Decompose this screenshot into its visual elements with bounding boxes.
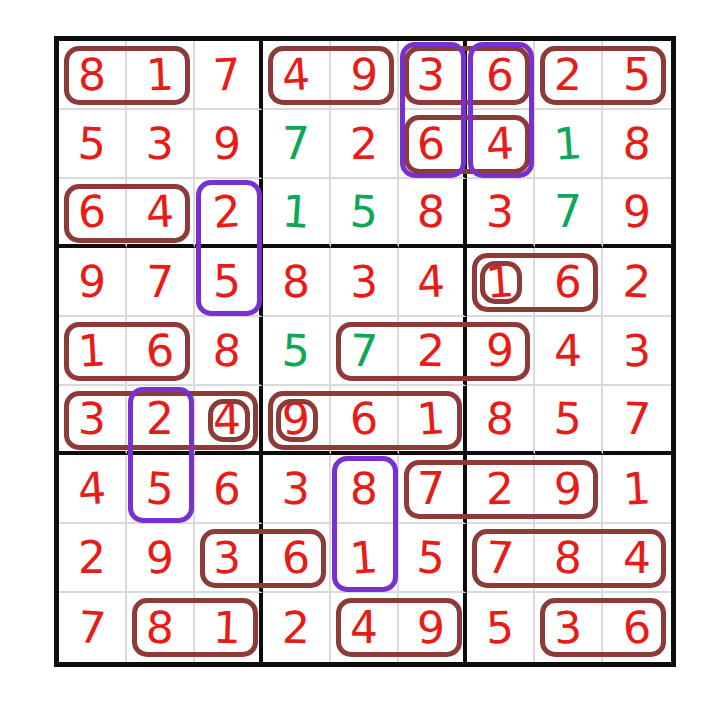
cell-r5c6[interactable]: 2 [399, 317, 467, 386]
digit: 5 [213, 260, 241, 304]
digit: 7 [146, 259, 175, 303]
cell-r7c7[interactable]: 2 [467, 455, 535, 524]
digit: 5 [281, 328, 311, 373]
cell-r4c5[interactable]: 3 [331, 248, 399, 317]
digit: 9 [417, 605, 446, 649]
cell-r1c2[interactable]: 1 [127, 41, 195, 110]
cell-r5c8[interactable]: 4 [535, 317, 603, 386]
cell-r8c8[interactable]: 8 [535, 524, 603, 593]
digit: 9 [348, 52, 379, 98]
cell-r6c5[interactable]: 6 [331, 386, 399, 455]
cell-r7c8[interactable]: 9 [535, 455, 603, 524]
digit: 3 [145, 121, 175, 166]
cell-r7c4[interactable]: 3 [263, 455, 331, 524]
digit: 4 [485, 121, 515, 166]
cell-r9c7[interactable]: 5 [467, 593, 535, 662]
digit: 5 [553, 396, 583, 441]
digit: 7 [417, 467, 445, 511]
cell-r3c1[interactable]: 6 [59, 179, 127, 248]
digit: 9 [281, 396, 311, 441]
digit: 9 [77, 259, 107, 304]
digit: 4 [554, 328, 583, 372]
cell-r5c2[interactable]: 6 [127, 317, 195, 386]
cell-r2c9[interactable]: 8 [603, 110, 671, 179]
digit: 1 [415, 396, 446, 442]
digit: 4 [416, 259, 446, 304]
digit: 8 [282, 259, 311, 303]
digit: 7 [622, 396, 652, 441]
cell-r8c9[interactable]: 4 [603, 524, 671, 593]
digit: 3 [553, 605, 583, 650]
digit: 3 [281, 466, 311, 511]
digit: 3 [486, 189, 515, 233]
cell-r5c7[interactable]: 9 [467, 317, 535, 386]
digit: 6 [416, 121, 446, 166]
digit: 6 [144, 328, 175, 374]
cell-r9c6[interactable]: 9 [399, 593, 467, 662]
digit: 9 [553, 466, 583, 511]
digit: 6 [349, 396, 379, 441]
digit: 8 [350, 466, 379, 510]
cell-r7c1[interactable]: 4 [59, 455, 127, 524]
cell-r3c8[interactable]: 7 [535, 179, 603, 248]
digit: 8 [145, 605, 175, 650]
cell-r4c9[interactable]: 2 [603, 248, 671, 317]
digit: 2 [554, 52, 583, 96]
digit: 6 [552, 259, 583, 305]
cell-r3c9[interactable]: 9 [603, 179, 671, 248]
cell-r5c5[interactable]: 7 [331, 317, 399, 386]
digit: 2 [350, 121, 379, 165]
cell-r1c8[interactable]: 2 [535, 41, 603, 110]
digit: 2 [146, 397, 174, 441]
cell-r9c8[interactable]: 3 [535, 593, 603, 662]
cell-r4c7[interactable]: 1 [467, 248, 535, 317]
cell-r1c7[interactable]: 6 [467, 41, 535, 110]
digit: 7 [212, 52, 242, 97]
digit: 6 [621, 605, 652, 651]
cell-r2c1[interactable]: 5 [59, 110, 127, 179]
cell-r2c2[interactable]: 3 [127, 110, 195, 179]
digit: 5 [349, 189, 379, 234]
digit: 8 [416, 189, 446, 234]
cell-r3c7[interactable]: 3 [467, 179, 535, 248]
cell-r1c6[interactable]: 3 [399, 41, 467, 110]
cell-r7c3[interactable]: 6 [195, 455, 263, 524]
digit: 1 [484, 259, 515, 305]
digit: 3 [349, 259, 379, 304]
digit: 8 [78, 52, 107, 96]
cell-r4c4[interactable]: 8 [263, 248, 331, 317]
cell-r4c8[interactable]: 6 [535, 248, 603, 317]
cell-r5c1[interactable]: 1 [59, 317, 127, 386]
digit: 3 [622, 328, 652, 373]
cell-r1c3[interactable]: 7 [195, 41, 263, 110]
cell-r8c1[interactable]: 2 [59, 524, 127, 593]
digit: 1 [622, 466, 652, 511]
cell-r8c6[interactable]: 5 [399, 524, 467, 593]
cell-r2c5[interactable]: 2 [331, 110, 399, 179]
cell-r1c4[interactable]: 4 [263, 41, 331, 110]
digit: 6 [485, 52, 515, 97]
digit: 4 [350, 606, 378, 650]
digit: 1 [145, 52, 175, 97]
cell-r9c4[interactable]: 2 [263, 593, 331, 662]
cell-r6c1[interactable]: 3 [59, 386, 127, 455]
cell-r9c3[interactable]: 1 [195, 593, 263, 662]
digit: 2 [486, 466, 515, 510]
digit: 8 [211, 328, 242, 374]
cell-r6c6[interactable]: 1 [399, 386, 467, 455]
sudoku-board: 8174936255397264186421583799758341621685… [54, 36, 676, 667]
digit: 1 [280, 189, 311, 235]
cell-r1c1[interactable]: 8 [59, 41, 127, 110]
digit: 7 [349, 328, 379, 373]
digit: 7 [554, 190, 582, 234]
digit: 4 [213, 396, 242, 440]
digit: 5 [485, 605, 515, 650]
cell-r9c9[interactable]: 6 [603, 593, 671, 662]
digit: 7 [282, 122, 310, 166]
cell-r6c3[interactable]: 4 [195, 386, 263, 455]
cell-r3c3[interactable]: 2 [195, 179, 263, 248]
digit: 3 [78, 396, 107, 440]
cell-r3c4[interactable]: 1 [263, 179, 331, 248]
cell-r4c2[interactable]: 7 [127, 248, 195, 317]
cell-r5c3[interactable]: 8 [195, 317, 263, 386]
digit: 2 [417, 328, 446, 372]
digit: 6 [212, 466, 242, 511]
digit: 1 [212, 605, 242, 650]
digit: 8 [484, 396, 515, 442]
cell-r8c4[interactable]: 6 [263, 524, 331, 593]
digit: 3 [416, 52, 446, 97]
digit: 7 [485, 535, 515, 580]
digit: 3 [212, 535, 242, 580]
digit: 2 [211, 189, 242, 235]
cell-r7c5[interactable]: 8 [331, 455, 399, 524]
cell-r2c3[interactable]: 9 [195, 110, 263, 179]
digit: 4 [623, 535, 652, 579]
cell-r9c5[interactable]: 4 [331, 593, 399, 662]
cell-r6c4[interactable]: 9 [263, 386, 331, 455]
cell-r4c1[interactable]: 9 [59, 248, 127, 317]
cell-r4c6[interactable]: 4 [399, 248, 467, 317]
cell-r8c5[interactable]: 1 [331, 524, 399, 593]
digit: 4 [76, 466, 107, 512]
cell-r8c7[interactable]: 7 [467, 524, 535, 593]
digit: 4 [145, 189, 175, 234]
cell-r3c5[interactable]: 5 [331, 179, 399, 248]
cell-r8c2[interactable]: 9 [127, 524, 195, 593]
cell-r6c8[interactable]: 5 [535, 386, 603, 455]
cell-r4c3[interactable]: 5 [195, 248, 263, 317]
cell-r1c5[interactable]: 9 [331, 41, 399, 110]
digit: 4 [280, 52, 311, 98]
cell-r2c8[interactable]: 1 [535, 110, 603, 179]
digit: 2 [78, 536, 106, 580]
cell-r2c6[interactable]: 6 [399, 110, 467, 179]
cell-r6c9[interactable]: 7 [603, 386, 671, 455]
digit: 5 [144, 466, 175, 512]
cell-r7c2[interactable]: 5 [127, 455, 195, 524]
digit: 9 [486, 329, 514, 373]
digit: 5 [623, 53, 651, 97]
cell-r8c3[interactable]: 3 [195, 524, 263, 593]
digit: 5 [77, 121, 107, 166]
cell-r7c9[interactable]: 1 [603, 455, 671, 524]
cell-r2c7[interactable]: 4 [467, 110, 535, 179]
cell-r7c6[interactable]: 7 [399, 455, 467, 524]
cell-r9c1[interactable]: 7 [59, 593, 127, 662]
cell-r6c7[interactable]: 8 [467, 386, 535, 455]
cell-r2c4[interactable]: 7 [263, 110, 331, 179]
digit: 8 [553, 535, 583, 580]
digit: 5 [415, 535, 446, 581]
digit: 9 [213, 121, 242, 165]
digit: 7 [76, 605, 107, 651]
digit: 2 [282, 605, 311, 649]
cell-r5c9[interactable]: 3 [603, 317, 671, 386]
digit: 9 [623, 189, 652, 233]
digit: 8 [621, 121, 652, 167]
cell-r3c6[interactable]: 8 [399, 179, 467, 248]
cell-r1c9[interactable]: 5 [603, 41, 671, 110]
digit: 6 [281, 535, 311, 580]
cell-r3c2[interactable]: 4 [127, 179, 195, 248]
digit: 9 [146, 535, 175, 579]
digit: 1 [348, 535, 379, 581]
cell-r5c4[interactable]: 5 [263, 317, 331, 386]
cell-r6c2[interactable]: 2 [127, 386, 195, 455]
digit: 1 [77, 328, 107, 373]
digit: 6 [77, 189, 107, 234]
page: 8174936255397264186421583799758341621685… [0, 0, 720, 720]
digit: 1 [552, 121, 583, 167]
cell-r9c2[interactable]: 8 [127, 593, 195, 662]
digit: 2 [622, 259, 652, 304]
